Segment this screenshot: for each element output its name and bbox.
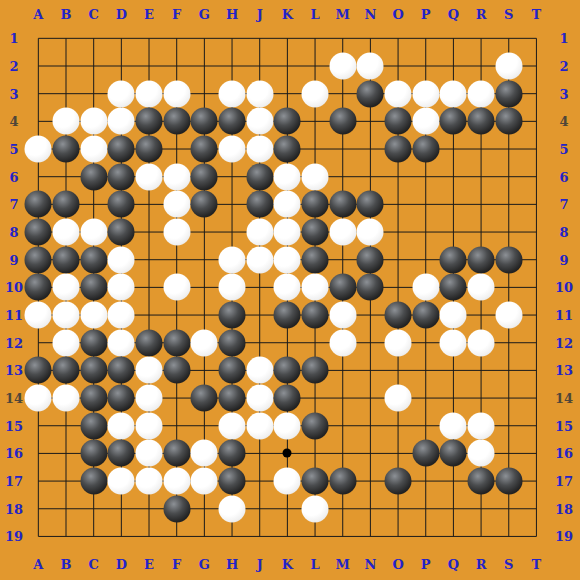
stone-black-J6[interactable] bbox=[246, 163, 273, 190]
stone-white-D17[interactable] bbox=[108, 468, 135, 495]
row-label-right-11: 11 bbox=[555, 309, 573, 322]
stone-white-H9[interactable] bbox=[219, 246, 246, 273]
row-label-right-9: 9 bbox=[559, 253, 568, 266]
stone-white-H3[interactable] bbox=[219, 80, 246, 107]
row-label-left-11: 11 bbox=[5, 309, 23, 322]
row-label-right-14: 14 bbox=[555, 392, 573, 405]
stone-black-L9[interactable] bbox=[302, 246, 329, 273]
stone-white-L10[interactable] bbox=[302, 274, 329, 301]
stone-black-F4[interactable] bbox=[163, 108, 190, 135]
col-label-top-T: T bbox=[532, 8, 542, 21]
stone-white-N8[interactable] bbox=[357, 219, 384, 246]
stone-white-K15[interactable] bbox=[274, 412, 301, 439]
stone-white-E16[interactable] bbox=[136, 440, 163, 467]
stone-white-B4[interactable] bbox=[53, 108, 80, 135]
stone-black-H14[interactable] bbox=[219, 385, 246, 412]
stone-white-A5[interactable] bbox=[25, 136, 52, 163]
row-label-left-2: 2 bbox=[9, 60, 18, 73]
col-label-top-N: N bbox=[364, 8, 376, 21]
row-label-right-6: 6 bbox=[559, 170, 568, 183]
stone-black-D6[interactable] bbox=[108, 163, 135, 190]
stone-black-M10[interactable] bbox=[329, 274, 356, 301]
stone-black-K5[interactable] bbox=[274, 136, 301, 163]
col-label-top-H: H bbox=[226, 8, 238, 21]
stone-white-C4[interactable] bbox=[80, 108, 107, 135]
stone-white-B8[interactable] bbox=[53, 219, 80, 246]
stone-black-S9[interactable] bbox=[495, 246, 522, 273]
stone-white-M2[interactable] bbox=[329, 53, 356, 80]
stone-black-H13[interactable] bbox=[219, 357, 246, 384]
stone-black-G6[interactable] bbox=[191, 163, 218, 190]
stone-white-G16[interactable] bbox=[191, 440, 218, 467]
col-label-top-L: L bbox=[310, 8, 319, 21]
stone-white-H15[interactable] bbox=[219, 412, 246, 439]
stone-white-E14[interactable] bbox=[136, 385, 163, 412]
stone-white-J14[interactable] bbox=[246, 385, 273, 412]
col-label-bottom-D: D bbox=[116, 558, 127, 571]
stone-white-L3[interactable] bbox=[302, 80, 329, 107]
col-label-top-D: D bbox=[116, 8, 127, 21]
stone-black-N9[interactable] bbox=[357, 246, 384, 273]
col-label-top-C: C bbox=[88, 8, 98, 21]
col-label-top-A: A bbox=[33, 8, 43, 21]
stone-white-K7[interactable] bbox=[274, 191, 301, 218]
row-label-right-19: 19 bbox=[555, 530, 573, 543]
stone-white-S11[interactable] bbox=[495, 302, 522, 329]
stone-white-J9[interactable] bbox=[246, 246, 273, 273]
stone-white-D12[interactable] bbox=[108, 329, 135, 356]
stone-black-K14[interactable] bbox=[274, 385, 301, 412]
stone-black-C16[interactable] bbox=[80, 440, 107, 467]
stone-white-P4[interactable] bbox=[412, 108, 439, 135]
stone-white-F10[interactable] bbox=[163, 274, 190, 301]
col-label-bottom-J: J bbox=[257, 558, 263, 571]
stone-black-G14[interactable] bbox=[191, 385, 218, 412]
col-label-bottom-S: S bbox=[504, 558, 513, 571]
stone-white-K6[interactable] bbox=[274, 163, 301, 190]
col-label-bottom-M: M bbox=[336, 558, 350, 571]
stone-black-H16[interactable] bbox=[219, 440, 246, 467]
stone-white-F7[interactable] bbox=[163, 191, 190, 218]
row-label-left-16: 16 bbox=[5, 447, 23, 460]
stone-black-R9[interactable] bbox=[468, 246, 495, 273]
row-label-left-9: 9 bbox=[9, 253, 18, 266]
stone-black-A8[interactable] bbox=[25, 219, 52, 246]
col-label-bottom-R: R bbox=[476, 558, 487, 571]
stone-black-A10[interactable] bbox=[25, 274, 52, 301]
stone-white-F3[interactable] bbox=[163, 80, 190, 107]
stone-white-D3[interactable] bbox=[108, 80, 135, 107]
stone-black-L13[interactable] bbox=[302, 357, 329, 384]
stone-black-C15[interactable] bbox=[80, 412, 107, 439]
stone-black-L7[interactable] bbox=[302, 191, 329, 218]
stone-white-L6[interactable] bbox=[302, 163, 329, 190]
stone-black-L8[interactable] bbox=[302, 219, 329, 246]
stone-black-P16[interactable] bbox=[412, 440, 439, 467]
stone-black-S3[interactable] bbox=[495, 80, 522, 107]
col-label-bottom-H: H bbox=[226, 558, 238, 571]
stone-black-D7[interactable] bbox=[108, 191, 135, 218]
stone-white-F6[interactable] bbox=[163, 163, 190, 190]
stone-white-G17[interactable] bbox=[191, 468, 218, 495]
col-label-bottom-N: N bbox=[364, 558, 376, 571]
stone-white-H5[interactable] bbox=[219, 136, 246, 163]
row-label-right-8: 8 bbox=[559, 226, 568, 239]
stone-black-D13[interactable] bbox=[108, 357, 135, 384]
stone-black-E5[interactable] bbox=[136, 136, 163, 163]
col-label-bottom-Q: Q bbox=[448, 558, 459, 571]
col-label-bottom-B: B bbox=[61, 558, 72, 571]
stone-black-C9[interactable] bbox=[80, 246, 107, 273]
stone-black-Q9[interactable] bbox=[440, 246, 467, 273]
row-label-right-10: 10 bbox=[555, 281, 573, 294]
col-label-bottom-C: C bbox=[88, 558, 98, 571]
col-label-bottom-E: E bbox=[144, 558, 154, 571]
stone-black-F18[interactable] bbox=[163, 495, 190, 522]
stone-black-F12[interactable] bbox=[163, 329, 190, 356]
stone-white-M12[interactable] bbox=[329, 329, 356, 356]
col-label-bottom-A: A bbox=[33, 558, 43, 571]
stone-white-G12[interactable] bbox=[191, 329, 218, 356]
stone-black-A9[interactable] bbox=[25, 246, 52, 273]
stone-black-C17[interactable] bbox=[80, 468, 107, 495]
row-label-left-3: 3 bbox=[9, 87, 18, 100]
stone-white-B11[interactable] bbox=[53, 302, 80, 329]
col-label-top-O: O bbox=[392, 8, 403, 21]
stone-white-K10[interactable] bbox=[274, 274, 301, 301]
row-label-left-14: 14 bbox=[5, 392, 23, 405]
stone-black-B9[interactable] bbox=[53, 246, 80, 273]
stone-black-G5[interactable] bbox=[191, 136, 218, 163]
col-label-bottom-T: T bbox=[532, 558, 542, 571]
stone-black-D14[interactable] bbox=[108, 385, 135, 412]
stone-white-H18[interactable] bbox=[219, 495, 246, 522]
stone-white-M11[interactable] bbox=[329, 302, 356, 329]
stone-black-L11[interactable] bbox=[302, 302, 329, 329]
stone-black-B7[interactable] bbox=[53, 191, 80, 218]
stone-black-C13[interactable] bbox=[80, 357, 107, 384]
stone-black-B5[interactable] bbox=[53, 136, 80, 163]
stone-white-D10[interactable] bbox=[108, 274, 135, 301]
col-label-top-E: E bbox=[144, 8, 154, 21]
stone-black-O4[interactable] bbox=[385, 108, 412, 135]
stone-white-R3[interactable] bbox=[468, 80, 495, 107]
stone-black-R17[interactable] bbox=[468, 468, 495, 495]
stone-black-S4[interactable] bbox=[495, 108, 522, 135]
row-label-left-8: 8 bbox=[9, 226, 18, 239]
stone-black-N10[interactable] bbox=[357, 274, 384, 301]
stone-black-D5[interactable] bbox=[108, 136, 135, 163]
stone-white-R12[interactable] bbox=[468, 329, 495, 356]
col-label-top-K: K bbox=[282, 8, 293, 21]
stone-white-K9[interactable] bbox=[274, 246, 301, 273]
stone-white-P10[interactable] bbox=[412, 274, 439, 301]
col-label-top-P: P bbox=[421, 8, 431, 21]
stone-black-P5[interactable] bbox=[412, 136, 439, 163]
stone-black-M17[interactable] bbox=[329, 468, 356, 495]
row-label-left-5: 5 bbox=[9, 143, 18, 156]
stone-white-B10[interactable] bbox=[53, 274, 80, 301]
stone-white-A11[interactable] bbox=[25, 302, 52, 329]
row-label-left-19: 19 bbox=[5, 530, 23, 543]
row-label-right-2: 2 bbox=[559, 60, 568, 73]
stone-black-F16[interactable] bbox=[163, 440, 190, 467]
col-label-top-M: M bbox=[336, 8, 350, 21]
stone-white-R10[interactable] bbox=[468, 274, 495, 301]
stone-white-Q3[interactable] bbox=[440, 80, 467, 107]
stone-white-E15[interactable] bbox=[136, 412, 163, 439]
stone-white-E13[interactable] bbox=[136, 357, 163, 384]
stone-white-O12[interactable] bbox=[385, 329, 412, 356]
stone-white-Q11[interactable] bbox=[440, 302, 467, 329]
stone-white-L18[interactable] bbox=[302, 495, 329, 522]
row-label-right-16: 16 bbox=[555, 447, 573, 460]
stone-white-E3[interactable] bbox=[136, 80, 163, 107]
stone-white-H10[interactable] bbox=[219, 274, 246, 301]
row-label-right-17: 17 bbox=[555, 475, 573, 488]
stone-black-J7[interactable] bbox=[246, 191, 273, 218]
stone-black-G4[interactable] bbox=[191, 108, 218, 135]
stone-white-Q12[interactable] bbox=[440, 329, 467, 356]
stone-black-F13[interactable] bbox=[163, 357, 190, 384]
stone-black-M7[interactable] bbox=[329, 191, 356, 218]
stone-black-H17[interactable] bbox=[219, 468, 246, 495]
stone-black-A13[interactable] bbox=[25, 357, 52, 384]
col-label-top-Q: Q bbox=[448, 8, 459, 21]
stone-black-K13[interactable] bbox=[274, 357, 301, 384]
stone-white-C11[interactable] bbox=[80, 302, 107, 329]
stone-white-A14[interactable] bbox=[25, 385, 52, 412]
stone-white-M8[interactable] bbox=[329, 219, 356, 246]
row-label-right-3: 3 bbox=[559, 87, 568, 100]
row-label-left-4: 4 bbox=[9, 115, 18, 128]
stone-black-Q4[interactable] bbox=[440, 108, 467, 135]
stone-white-J15[interactable] bbox=[246, 412, 273, 439]
col-label-top-R: R bbox=[476, 8, 487, 21]
row-label-left-6: 6 bbox=[9, 170, 18, 183]
row-label-right-1: 1 bbox=[559, 32, 568, 45]
stone-black-O5[interactable] bbox=[385, 136, 412, 163]
row-label-left-10: 10 bbox=[5, 281, 23, 294]
stone-black-C10[interactable] bbox=[80, 274, 107, 301]
stone-white-D11[interactable] bbox=[108, 302, 135, 329]
stone-white-D15[interactable] bbox=[108, 412, 135, 439]
row-label-right-7: 7 bbox=[559, 198, 568, 211]
stone-black-Q16[interactable] bbox=[440, 440, 467, 467]
stone-white-E17[interactable] bbox=[136, 468, 163, 495]
row-label-right-13: 13 bbox=[555, 364, 573, 377]
col-label-top-B: B bbox=[61, 8, 72, 21]
stone-black-D16[interactable] bbox=[108, 440, 135, 467]
stone-black-A7[interactable] bbox=[25, 191, 52, 218]
stone-black-L17[interactable] bbox=[302, 468, 329, 495]
stone-black-G7[interactable] bbox=[191, 191, 218, 218]
stone-white-Q15[interactable] bbox=[440, 412, 467, 439]
col-label-bottom-L: L bbox=[310, 558, 319, 571]
stone-white-C5[interactable] bbox=[80, 136, 107, 163]
col-label-bottom-G: G bbox=[199, 558, 210, 571]
row-label-right-15: 15 bbox=[555, 419, 573, 432]
stone-black-L15[interactable] bbox=[302, 412, 329, 439]
stone-white-F8[interactable] bbox=[163, 219, 190, 246]
row-label-left-13: 13 bbox=[5, 364, 23, 377]
stone-black-E12[interactable] bbox=[136, 329, 163, 356]
stone-black-H11[interactable] bbox=[219, 302, 246, 329]
stone-white-D4[interactable] bbox=[108, 108, 135, 135]
stone-white-R15[interactable] bbox=[468, 412, 495, 439]
col-label-bottom-F: F bbox=[172, 558, 181, 571]
stone-black-K11[interactable] bbox=[274, 302, 301, 329]
go-board[interactable]: AABBCCDDEEFFGGHHJJKKLLMMNNOOPPQQRRSSTT11… bbox=[0, 0, 580, 580]
stone-black-D8[interactable] bbox=[108, 219, 135, 246]
stone-black-S17[interactable] bbox=[495, 468, 522, 495]
row-label-left-7: 7 bbox=[9, 198, 18, 211]
stone-black-N3[interactable] bbox=[357, 80, 384, 107]
stone-white-N2[interactable] bbox=[357, 53, 384, 80]
stone-black-C14[interactable] bbox=[80, 385, 107, 412]
hoshi-point-K16 bbox=[283, 449, 292, 458]
col-label-top-J: J bbox=[257, 8, 263, 21]
stone-black-C12[interactable] bbox=[80, 329, 107, 356]
stone-black-N7[interactable] bbox=[357, 191, 384, 218]
stone-white-O14[interactable] bbox=[385, 385, 412, 412]
row-label-left-1: 1 bbox=[9, 32, 18, 45]
row-label-left-18: 18 bbox=[5, 502, 23, 515]
row-label-left-12: 12 bbox=[5, 336, 23, 349]
stone-white-K8[interactable] bbox=[274, 219, 301, 246]
stone-white-O3[interactable] bbox=[385, 80, 412, 107]
col-label-bottom-K: K bbox=[282, 558, 293, 571]
stone-white-E6[interactable] bbox=[136, 163, 163, 190]
row-label-right-4: 4 bbox=[559, 115, 568, 128]
col-label-top-S: S bbox=[504, 8, 513, 21]
stone-white-F17[interactable] bbox=[163, 468, 190, 495]
stone-white-R16[interactable] bbox=[468, 440, 495, 467]
row-label-left-15: 15 bbox=[5, 419, 23, 432]
stone-white-S2[interactable] bbox=[495, 53, 522, 80]
stone-black-H12[interactable] bbox=[219, 329, 246, 356]
stone-black-Q10[interactable] bbox=[440, 274, 467, 301]
stone-white-J8[interactable] bbox=[246, 219, 273, 246]
stone-white-J4[interactable] bbox=[246, 108, 273, 135]
stone-white-B14[interactable] bbox=[53, 385, 80, 412]
stone-white-J13[interactable] bbox=[246, 357, 273, 384]
stone-white-D9[interactable] bbox=[108, 246, 135, 273]
row-label-right-18: 18 bbox=[555, 502, 573, 515]
row-label-left-17: 17 bbox=[5, 475, 23, 488]
col-label-bottom-O: O bbox=[392, 558, 403, 571]
col-label-bottom-P: P bbox=[421, 558, 431, 571]
stone-white-C8[interactable] bbox=[80, 219, 107, 246]
stone-black-P11[interactable] bbox=[412, 302, 439, 329]
stone-black-B13[interactable] bbox=[53, 357, 80, 384]
stone-black-O17[interactable] bbox=[385, 468, 412, 495]
stone-white-P3[interactable] bbox=[412, 80, 439, 107]
stone-black-O11[interactable] bbox=[385, 302, 412, 329]
stone-white-K17[interactable] bbox=[274, 468, 301, 495]
stone-white-J3[interactable] bbox=[246, 80, 273, 107]
stone-black-M4[interactable] bbox=[329, 108, 356, 135]
col-label-top-G: G bbox=[199, 8, 210, 21]
stone-white-J5[interactable] bbox=[246, 136, 273, 163]
stone-black-E4[interactable] bbox=[136, 108, 163, 135]
row-label-right-12: 12 bbox=[555, 336, 573, 349]
stone-black-R4[interactable] bbox=[468, 108, 495, 135]
stone-black-C6[interactable] bbox=[80, 163, 107, 190]
stone-black-H4[interactable] bbox=[219, 108, 246, 135]
row-label-right-5: 5 bbox=[559, 143, 568, 156]
col-label-top-F: F bbox=[172, 8, 181, 21]
stone-black-K4[interactable] bbox=[274, 108, 301, 135]
stone-white-B12[interactable] bbox=[53, 329, 80, 356]
